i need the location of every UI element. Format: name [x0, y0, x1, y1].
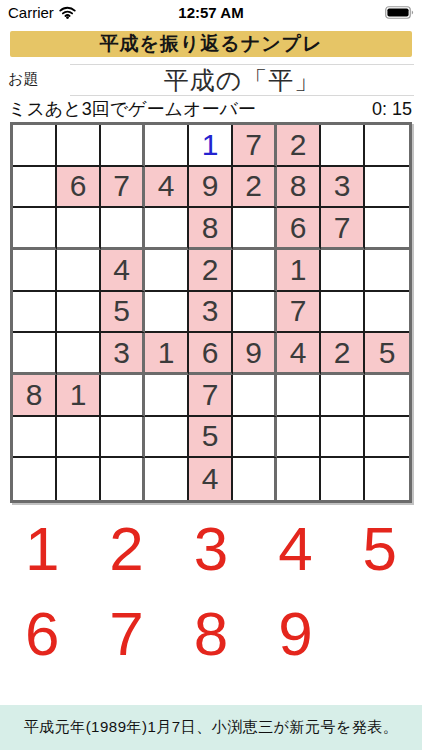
cell-r9c2[interactable]: [57, 458, 101, 500]
number-pad: 123456789: [0, 506, 422, 676]
cell-r2c5[interactable]: 9: [189, 167, 233, 209]
cell-r5c5[interactable]: 3: [189, 292, 233, 334]
cell-r1c3[interactable]: [101, 125, 145, 167]
cell-r5c4[interactable]: [145, 292, 189, 334]
cell-r5c6[interactable]: [233, 292, 277, 334]
cell-r1c5[interactable]: 1: [189, 125, 233, 167]
cell-r8c8[interactable]: [321, 417, 365, 459]
cell-r1c8[interactable]: [321, 125, 365, 167]
cell-r1c7[interactable]: 2: [277, 125, 321, 167]
numpad-8[interactable]: 8: [169, 591, 253, 676]
cell-r4c2[interactable]: [57, 250, 101, 292]
clock: 12:57 AM: [0, 4, 422, 21]
cell-r7c3[interactable]: [101, 375, 145, 417]
cell-r1c9[interactable]: [365, 125, 409, 167]
cell-r5c3[interactable]: 5: [101, 292, 145, 334]
cell-r8c4[interactable]: [145, 417, 189, 459]
cell-r4c6[interactable]: [233, 250, 277, 292]
cell-r6c1[interactable]: [13, 333, 57, 375]
cell-r7c8[interactable]: [321, 375, 365, 417]
cell-r2c7[interactable]: 8: [277, 167, 321, 209]
cell-r4c1[interactable]: [13, 250, 57, 292]
cell-r7c4[interactable]: [145, 375, 189, 417]
cell-r9c1[interactable]: [13, 458, 57, 500]
cell-r5c8[interactable]: [321, 292, 365, 334]
numpad-4[interactable]: 4: [253, 506, 337, 591]
cell-r2c8[interactable]: 3: [321, 167, 365, 209]
cell-r1c2[interactable]: [57, 125, 101, 167]
battery-full-icon: [385, 6, 414, 19]
theme-value-field: 平成の「平」: [70, 64, 414, 96]
cell-r6c8[interactable]: 2: [321, 333, 365, 375]
numpad-7[interactable]: 7: [84, 591, 168, 676]
cell-r2c1[interactable]: [13, 167, 57, 209]
cell-r6c3[interactable]: 3: [101, 333, 145, 375]
cell-r4c7[interactable]: 1: [277, 250, 321, 292]
cell-r1c6[interactable]: 7: [233, 125, 277, 167]
cell-r7c1[interactable]: 8: [13, 375, 57, 417]
cell-r8c2[interactable]: [57, 417, 101, 459]
cell-r7c2[interactable]: 1: [57, 375, 101, 417]
cell-r5c7[interactable]: 7: [277, 292, 321, 334]
cell-r9c3[interactable]: [101, 458, 145, 500]
cell-r4c5[interactable]: 2: [189, 250, 233, 292]
cell-r6c7[interactable]: 4: [277, 333, 321, 375]
cell-r9c7[interactable]: [277, 458, 321, 500]
cell-r1c4[interactable]: [145, 125, 189, 167]
cell-r8c1[interactable]: [13, 417, 57, 459]
cell-r6c2[interactable]: [57, 333, 101, 375]
cell-r2c4[interactable]: 4: [145, 167, 189, 209]
cell-r2c6[interactable]: 2: [233, 167, 277, 209]
cell-r3c7[interactable]: 6: [277, 208, 321, 250]
cell-r3c3[interactable]: [101, 208, 145, 250]
cell-r9c8[interactable]: [321, 458, 365, 500]
cell-r8c3[interactable]: [101, 417, 145, 459]
cell-r3c4[interactable]: [145, 208, 189, 250]
cell-r5c2[interactable]: [57, 292, 101, 334]
numpad-3[interactable]: 3: [169, 506, 253, 591]
cell-r4c4[interactable]: [145, 250, 189, 292]
game-status-row: ミスあと3回でゲームオーバー 0: 15: [8, 99, 412, 119]
timer-label: 0: 15: [372, 99, 412, 120]
cell-r3c2[interactable]: [57, 208, 101, 250]
mistakes-remaining-label: ミスあと3回でゲームオーバー: [8, 97, 256, 121]
cell-r1c1[interactable]: [13, 125, 57, 167]
cell-r5c1[interactable]: [13, 292, 57, 334]
cell-r3c9[interactable]: [365, 208, 409, 250]
cell-r2c3[interactable]: 7: [101, 167, 145, 209]
cell-r3c6[interactable]: [233, 208, 277, 250]
cell-r9c4[interactable]: [145, 458, 189, 500]
cell-r9c6[interactable]: [233, 458, 277, 500]
cell-r9c5[interactable]: 4: [189, 458, 233, 500]
cell-r6c9[interactable]: 5: [365, 333, 409, 375]
numpad-9[interactable]: 9: [253, 591, 337, 676]
cell-r7c6[interactable]: [233, 375, 277, 417]
numpad-1[interactable]: 1: [0, 506, 84, 591]
cell-r6c6[interactable]: 9: [233, 333, 277, 375]
cell-r6c5[interactable]: 6: [189, 333, 233, 375]
cell-r5c9[interactable]: [365, 292, 409, 334]
cell-r3c8[interactable]: 7: [321, 208, 365, 250]
cell-r7c7[interactable]: [277, 375, 321, 417]
cell-r6c4[interactable]: 1: [145, 333, 189, 375]
theme-row: お題 平成の「平」: [8, 62, 414, 96]
cell-r4c8[interactable]: [321, 250, 365, 292]
trivia-footer: 平成元年(1989年)1月7日、小渕恵三が新元号を発表。: [0, 705, 422, 750]
cell-r7c5[interactable]: 7: [189, 375, 233, 417]
cell-r8c6[interactable]: [233, 417, 277, 459]
cell-r2c2[interactable]: 6: [57, 167, 101, 209]
cell-r8c5[interactable]: 5: [189, 417, 233, 459]
app-screen: Carrier 12:57 AM 平成を振り返るナンプレ お題 平成の「平」: [0, 0, 422, 750]
cell-r7c9[interactable]: [365, 375, 409, 417]
cell-r2c9[interactable]: [365, 167, 409, 209]
theme-label: お題: [8, 70, 38, 89]
cell-r8c9[interactable]: [365, 417, 409, 459]
cell-r8c7[interactable]: [277, 417, 321, 459]
status-bar: Carrier 12:57 AM: [0, 0, 422, 24]
numpad-5[interactable]: 5: [338, 506, 422, 591]
cell-r4c3[interactable]: 4: [101, 250, 145, 292]
sudoku-grid: 1726749283867421537316942581754: [10, 122, 412, 503]
app-title-banner: 平成を振り返るナンプレ: [10, 31, 412, 57]
cell-r9c9[interactable]: [365, 458, 409, 500]
cell-r3c1[interactable]: [13, 208, 57, 250]
cell-r4c9[interactable]: [365, 250, 409, 292]
numpad-6[interactable]: 6: [0, 591, 84, 676]
numpad-2[interactable]: 2: [84, 506, 168, 591]
cell-r3c5[interactable]: 8: [189, 208, 233, 250]
